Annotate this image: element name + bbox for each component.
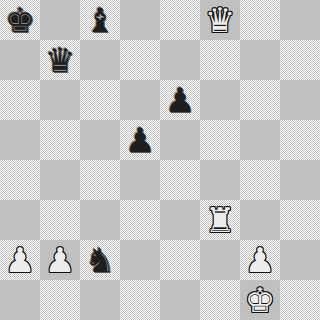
square-g2[interactable]: ♟ bbox=[240, 240, 280, 280]
square-b6[interactable] bbox=[40, 80, 80, 120]
square-e4[interactable] bbox=[160, 160, 200, 200]
square-f1[interactable] bbox=[200, 280, 240, 320]
square-h8[interactable] bbox=[280, 0, 320, 40]
square-f6[interactable] bbox=[200, 80, 240, 120]
square-b8[interactable] bbox=[40, 0, 80, 40]
square-h6[interactable] bbox=[280, 80, 320, 120]
square-e1[interactable] bbox=[160, 280, 200, 320]
square-h3[interactable] bbox=[280, 200, 320, 240]
piece-black-queen[interactable]: ♛ bbox=[45, 40, 75, 80]
square-f4[interactable] bbox=[200, 160, 240, 200]
square-e7[interactable] bbox=[160, 40, 200, 80]
square-g4[interactable] bbox=[240, 160, 280, 200]
square-b3[interactable] bbox=[40, 200, 80, 240]
square-c1[interactable] bbox=[80, 280, 120, 320]
square-a7[interactable] bbox=[0, 40, 40, 80]
piece-black-knight[interactable]: ♞ bbox=[85, 240, 115, 280]
square-a1[interactable] bbox=[0, 280, 40, 320]
square-c3[interactable] bbox=[80, 200, 120, 240]
piece-white-pawn[interactable]: ♟ bbox=[5, 240, 35, 280]
square-d3[interactable] bbox=[120, 200, 160, 240]
square-c7[interactable] bbox=[80, 40, 120, 80]
square-g1[interactable]: ♚ bbox=[240, 280, 280, 320]
square-h7[interactable] bbox=[280, 40, 320, 80]
square-d8[interactable] bbox=[120, 0, 160, 40]
square-f5[interactable] bbox=[200, 120, 240, 160]
square-b7[interactable]: ♛ bbox=[40, 40, 80, 80]
piece-white-rook[interactable]: ♜ bbox=[205, 200, 235, 240]
chess-board: ♚♝♛♛♟♟♜♟♟♞♟♚ bbox=[0, 0, 320, 320]
square-g6[interactable] bbox=[240, 80, 280, 120]
square-b1[interactable] bbox=[40, 280, 80, 320]
square-g8[interactable] bbox=[240, 0, 280, 40]
square-e5[interactable] bbox=[160, 120, 200, 160]
square-a6[interactable] bbox=[0, 80, 40, 120]
square-c5[interactable] bbox=[80, 120, 120, 160]
piece-black-pawn[interactable]: ♟ bbox=[125, 120, 155, 160]
piece-white-pawn[interactable]: ♟ bbox=[45, 240, 75, 280]
square-e2[interactable] bbox=[160, 240, 200, 280]
square-d4[interactable] bbox=[120, 160, 160, 200]
square-a3[interactable] bbox=[0, 200, 40, 240]
square-h2[interactable] bbox=[280, 240, 320, 280]
square-d5[interactable]: ♟ bbox=[120, 120, 160, 160]
square-e3[interactable] bbox=[160, 200, 200, 240]
piece-black-king[interactable]: ♚ bbox=[5, 0, 35, 40]
square-c4[interactable] bbox=[80, 160, 120, 200]
square-c8[interactable]: ♝ bbox=[80, 0, 120, 40]
square-d6[interactable] bbox=[120, 80, 160, 120]
square-b4[interactable] bbox=[40, 160, 80, 200]
square-b5[interactable] bbox=[40, 120, 80, 160]
piece-white-queen[interactable]: ♛ bbox=[205, 0, 235, 40]
square-h4[interactable] bbox=[280, 160, 320, 200]
square-f2[interactable] bbox=[200, 240, 240, 280]
square-a2[interactable]: ♟ bbox=[0, 240, 40, 280]
square-a4[interactable] bbox=[0, 160, 40, 200]
square-d7[interactable] bbox=[120, 40, 160, 80]
chess-board-wrapper: ♚♝♛♛♟♟♜♟♟♞♟♚ bbox=[0, 0, 320, 320]
square-h1[interactable] bbox=[280, 280, 320, 320]
square-g3[interactable] bbox=[240, 200, 280, 240]
square-a8[interactable]: ♚ bbox=[0, 0, 40, 40]
square-b2[interactable]: ♟ bbox=[40, 240, 80, 280]
square-f7[interactable] bbox=[200, 40, 240, 80]
square-a5[interactable] bbox=[0, 120, 40, 160]
square-c6[interactable] bbox=[80, 80, 120, 120]
square-e8[interactable] bbox=[160, 0, 200, 40]
square-g7[interactable] bbox=[240, 40, 280, 80]
square-f3[interactable]: ♜ bbox=[200, 200, 240, 240]
square-c2[interactable]: ♞ bbox=[80, 240, 120, 280]
piece-black-pawn[interactable]: ♟ bbox=[165, 80, 195, 120]
piece-white-king[interactable]: ♚ bbox=[245, 280, 275, 320]
square-e6[interactable]: ♟ bbox=[160, 80, 200, 120]
square-d2[interactable] bbox=[120, 240, 160, 280]
square-d1[interactable] bbox=[120, 280, 160, 320]
square-f8[interactable]: ♛ bbox=[200, 0, 240, 40]
piece-white-pawn[interactable]: ♟ bbox=[245, 240, 275, 280]
piece-black-bishop[interactable]: ♝ bbox=[85, 0, 115, 40]
square-h5[interactable] bbox=[280, 120, 320, 160]
square-g5[interactable] bbox=[240, 120, 280, 160]
